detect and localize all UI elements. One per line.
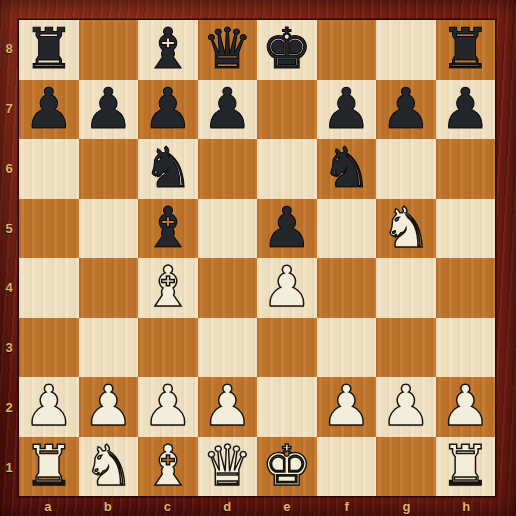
square-a8[interactable]: ♜ xyxy=(19,20,79,80)
square-f4[interactable] xyxy=(317,258,377,318)
square-b7[interactable]: ♟ xyxy=(79,80,139,140)
square-h1[interactable]: ♜ xyxy=(436,437,496,497)
square-g3[interactable] xyxy=(376,318,436,378)
square-h5[interactable] xyxy=(436,199,496,259)
piece-black-queen[interactable]: ♛ xyxy=(202,20,252,78)
file-label-h: h xyxy=(436,497,496,516)
file-labels: abcdefgh xyxy=(18,497,496,516)
square-a1[interactable]: ♜ xyxy=(19,437,79,497)
rank-label-3: 3 xyxy=(0,318,18,378)
rank-label-8: 8 xyxy=(0,19,18,79)
square-h6[interactable] xyxy=(436,139,496,199)
piece-white-pawn[interactable]: ♟ xyxy=(381,377,431,435)
square-e4[interactable]: ♟ xyxy=(257,258,317,318)
square-f5[interactable] xyxy=(317,199,377,259)
piece-white-knight[interactable]: ♞ xyxy=(83,437,133,495)
square-d6[interactable] xyxy=(198,139,258,199)
square-g1[interactable] xyxy=(376,437,436,497)
rank-label-4: 4 xyxy=(0,258,18,318)
square-g4[interactable] xyxy=(376,258,436,318)
square-e1[interactable]: ♚ xyxy=(257,437,317,497)
chess-board: ♜♝♛♚♜♟♟♟♟♟♟♟♞♞♝♟♞♝♟♟♟♟♟♟♟♟♜♞♝♛♚♜ xyxy=(18,19,496,497)
square-c6[interactable]: ♞ xyxy=(138,139,198,199)
square-a2[interactable]: ♟ xyxy=(19,377,79,437)
rank-label-2: 2 xyxy=(0,378,18,438)
square-e3[interactable] xyxy=(257,318,317,378)
square-h8[interactable]: ♜ xyxy=(436,20,496,80)
piece-black-pawn[interactable]: ♟ xyxy=(202,80,252,138)
square-b3[interactable] xyxy=(79,318,139,378)
square-e2[interactable] xyxy=(257,377,317,437)
square-a6[interactable] xyxy=(19,139,79,199)
piece-white-rook[interactable]: ♜ xyxy=(440,437,490,495)
square-f8[interactable] xyxy=(317,20,377,80)
piece-white-knight[interactable]: ♞ xyxy=(381,199,431,257)
piece-white-queen[interactable]: ♛ xyxy=(202,437,252,495)
square-e7[interactable] xyxy=(257,80,317,140)
square-d3[interactable] xyxy=(198,318,258,378)
file-label-c: c xyxy=(138,497,198,516)
square-a4[interactable] xyxy=(19,258,79,318)
piece-black-pawn[interactable]: ♟ xyxy=(83,80,133,138)
square-f3[interactable] xyxy=(317,318,377,378)
square-h2[interactable]: ♟ xyxy=(436,377,496,437)
piece-black-king[interactable]: ♚ xyxy=(262,20,312,78)
piece-white-pawn[interactable]: ♟ xyxy=(321,377,371,435)
square-f6[interactable]: ♞ xyxy=(317,139,377,199)
piece-black-bishop[interactable]: ♝ xyxy=(143,199,193,257)
square-c7[interactable]: ♟ xyxy=(138,80,198,140)
file-label-e: e xyxy=(257,497,317,516)
piece-black-rook[interactable]: ♜ xyxy=(440,20,490,78)
square-g5[interactable]: ♞ xyxy=(376,199,436,259)
piece-black-pawn[interactable]: ♟ xyxy=(262,199,312,257)
square-a5[interactable] xyxy=(19,199,79,259)
square-h3[interactable] xyxy=(436,318,496,378)
piece-white-pawn[interactable]: ♟ xyxy=(202,377,252,435)
rank-label-7: 7 xyxy=(0,79,18,139)
file-label-d: d xyxy=(197,497,257,516)
rank-label-1: 1 xyxy=(0,437,18,497)
square-e6[interactable] xyxy=(257,139,317,199)
rank-label-5: 5 xyxy=(0,198,18,258)
square-c1[interactable]: ♝ xyxy=(138,437,198,497)
piece-black-pawn[interactable]: ♟ xyxy=(381,80,431,138)
piece-black-pawn[interactable]: ♟ xyxy=(24,80,74,138)
square-c4[interactable]: ♝ xyxy=(138,258,198,318)
square-f7[interactable]: ♟ xyxy=(317,80,377,140)
file-label-b: b xyxy=(78,497,138,516)
square-g2[interactable]: ♟ xyxy=(376,377,436,437)
square-d2[interactable]: ♟ xyxy=(198,377,258,437)
square-d8[interactable]: ♛ xyxy=(198,20,258,80)
square-c5[interactable]: ♝ xyxy=(138,199,198,259)
piece-white-pawn[interactable]: ♟ xyxy=(440,377,490,435)
file-label-a: a xyxy=(18,497,78,516)
square-a7[interactable]: ♟ xyxy=(19,80,79,140)
piece-white-pawn[interactable]: ♟ xyxy=(83,377,133,435)
square-e8[interactable]: ♚ xyxy=(257,20,317,80)
square-h4[interactable] xyxy=(436,258,496,318)
piece-white-pawn[interactable]: ♟ xyxy=(262,258,312,316)
square-g7[interactable]: ♟ xyxy=(376,80,436,140)
square-b1[interactable]: ♞ xyxy=(79,437,139,497)
square-d7[interactable]: ♟ xyxy=(198,80,258,140)
file-label-g: g xyxy=(377,497,437,516)
piece-black-bishop[interactable]: ♝ xyxy=(143,20,193,78)
square-e5[interactable]: ♟ xyxy=(257,199,317,259)
square-f1[interactable] xyxy=(317,437,377,497)
piece-white-bishop[interactable]: ♝ xyxy=(143,258,193,316)
piece-black-knight[interactable]: ♞ xyxy=(143,139,193,197)
piece-black-knight[interactable]: ♞ xyxy=(321,139,371,197)
rank-label-6: 6 xyxy=(0,139,18,199)
square-c8[interactable]: ♝ xyxy=(138,20,198,80)
piece-black-rook[interactable]: ♜ xyxy=(24,20,74,78)
square-g6[interactable] xyxy=(376,139,436,199)
square-d1[interactable]: ♛ xyxy=(198,437,258,497)
piece-white-pawn[interactable]: ♟ xyxy=(24,377,74,435)
square-a3[interactable] xyxy=(19,318,79,378)
square-d4[interactable] xyxy=(198,258,258,318)
piece-white-rook[interactable]: ♜ xyxy=(24,437,74,495)
piece-black-pawn[interactable]: ♟ xyxy=(321,80,371,138)
square-c2[interactable]: ♟ xyxy=(138,377,198,437)
square-b8[interactable] xyxy=(79,20,139,80)
piece-white-king[interactable]: ♚ xyxy=(262,437,312,495)
square-c3[interactable] xyxy=(138,318,198,378)
square-h7[interactable]: ♟ xyxy=(436,80,496,140)
chess-board-frame: ♜♝♛♚♜♟♟♟♟♟♟♟♞♞♝♟♞♝♟♟♟♟♟♟♟♟♜♞♝♛♚♜ 8765432… xyxy=(0,0,516,516)
square-f2[interactable]: ♟ xyxy=(317,377,377,437)
file-label-f: f xyxy=(317,497,377,516)
piece-black-pawn[interactable]: ♟ xyxy=(143,80,193,138)
piece-white-bishop[interactable]: ♝ xyxy=(143,437,193,495)
piece-black-pawn[interactable]: ♟ xyxy=(440,80,490,138)
square-b5[interactable] xyxy=(79,199,139,259)
square-b4[interactable] xyxy=(79,258,139,318)
square-d5[interactable] xyxy=(198,199,258,259)
square-b6[interactable] xyxy=(79,139,139,199)
rank-labels: 87654321 xyxy=(0,19,18,497)
square-b2[interactable]: ♟ xyxy=(79,377,139,437)
piece-white-pawn[interactable]: ♟ xyxy=(143,377,193,435)
square-g8[interactable] xyxy=(376,20,436,80)
